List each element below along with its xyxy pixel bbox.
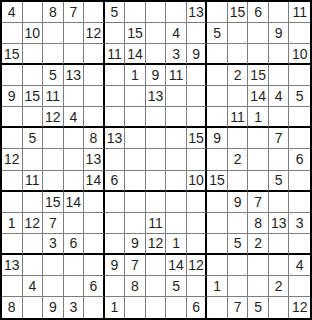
cell-r14c10[interactable] [187, 276, 208, 297]
cell-r8c3[interactable] [43, 149, 64, 170]
cell-r6c3: 12 [43, 107, 64, 128]
cell-r10c13: 7 [248, 192, 269, 213]
cell-r4c15[interactable] [289, 65, 310, 86]
cell-r3c1: 15 [2, 44, 23, 65]
cell-r4c9: 11 [166, 65, 187, 86]
cell-r3c11[interactable] [207, 44, 228, 65]
cell-r1c14[interactable] [269, 2, 290, 23]
cell-r4c10[interactable] [187, 65, 208, 86]
cell-r6c1[interactable] [2, 107, 23, 128]
cell-r7c7[interactable] [125, 128, 146, 149]
cell-r1c6: 5 [105, 2, 126, 23]
cell-r3c12[interactable] [228, 44, 249, 65]
cell-r11c1: 1 [2, 213, 23, 234]
cell-r14c13[interactable] [248, 276, 269, 297]
cell-r14c8[interactable] [146, 276, 167, 297]
cell-r1c11[interactable] [207, 2, 228, 23]
cell-r14c3[interactable] [43, 276, 64, 297]
cell-r1c1: 4 [2, 2, 23, 23]
cell-r2c12[interactable] [228, 23, 249, 44]
cell-r7c5: 8 [84, 128, 105, 149]
cell-r3c15: 10 [289, 44, 310, 65]
cell-r8c13[interactable] [248, 149, 269, 170]
sudoku-puzzle: 4875131561110121545915111439105131911215… [0, 0, 312, 320]
cell-r12c10[interactable] [187, 234, 208, 255]
cell-r15c1: 8 [2, 297, 23, 318]
cell-r5c8: 13 [146, 86, 167, 107]
cell-r10c3: 15 [43, 192, 64, 213]
cell-r8c1: 12 [2, 149, 23, 170]
cell-r1c8[interactable] [146, 2, 167, 23]
cell-r2c6[interactable] [105, 23, 126, 44]
cell-r11c7[interactable] [125, 213, 146, 234]
cell-r8c2[interactable] [23, 149, 44, 170]
cell-r14c4[interactable] [64, 276, 85, 297]
cell-r9c12[interactable] [228, 171, 249, 192]
cell-r3c6: 11 [105, 44, 126, 65]
cell-r10c5[interactable] [84, 192, 105, 213]
cell-r13c10: 12 [187, 255, 208, 276]
cell-r15c2[interactable] [23, 297, 44, 318]
cell-r13c1: 13 [2, 255, 23, 276]
cell-r2c8[interactable] [146, 23, 167, 44]
cell-r2c5: 12 [84, 23, 105, 44]
cell-r9c10: 10 [187, 171, 208, 192]
cell-r10c6[interactable] [105, 192, 126, 213]
cell-r11c12[interactable] [228, 213, 249, 234]
cell-r15c4: 3 [64, 297, 85, 318]
cell-r7c9[interactable] [166, 128, 187, 149]
cell-r12c6[interactable] [105, 234, 126, 255]
cell-r9c7[interactable] [125, 171, 146, 192]
cell-r9c14: 5 [269, 171, 290, 192]
cell-r15c15: 12 [289, 297, 310, 318]
cell-r15c3: 9 [43, 297, 64, 318]
cell-r11c13: 8 [248, 213, 269, 234]
cell-r12c5[interactable] [84, 234, 105, 255]
cell-r13c2[interactable] [23, 255, 44, 276]
cell-r12c8: 12 [146, 234, 167, 255]
cell-r11c3: 7 [43, 213, 64, 234]
cell-r5c13: 14 [248, 86, 269, 107]
cell-r15c7[interactable] [125, 297, 146, 318]
cell-r5c11[interactable] [207, 86, 228, 107]
cell-r2c4[interactable] [64, 23, 85, 44]
cell-r11c15: 3 [289, 213, 310, 234]
cell-r1c7[interactable] [125, 2, 146, 23]
cell-r10c9[interactable] [166, 192, 187, 213]
cell-r8c5: 13 [84, 149, 105, 170]
cell-r2c1[interactable] [2, 23, 23, 44]
cell-r15c14[interactable] [269, 297, 290, 318]
cell-r4c2[interactable] [23, 65, 44, 86]
cell-r6c12: 11 [228, 107, 249, 128]
cell-r13c12[interactable] [228, 255, 249, 276]
cell-r1c2[interactable] [23, 2, 44, 23]
cell-r10c2[interactable] [23, 192, 44, 213]
cell-r8c10[interactable] [187, 149, 208, 170]
cell-r6c8[interactable] [146, 107, 167, 128]
cell-r14c7: 8 [125, 276, 146, 297]
cell-r9c9[interactable] [166, 171, 187, 192]
cell-r13c14[interactable] [269, 255, 290, 276]
cell-r3c10: 9 [187, 44, 208, 65]
cell-r2c7: 15 [125, 23, 146, 44]
cell-r13c3[interactable] [43, 255, 64, 276]
cell-r5c3: 11 [43, 86, 64, 107]
cell-r11c9[interactable] [166, 213, 187, 234]
cell-r7c2: 5 [23, 128, 44, 149]
cell-r8c4[interactable] [64, 149, 85, 170]
cell-r14c9: 5 [166, 276, 187, 297]
cell-r12c11[interactable] [207, 234, 228, 255]
cell-r5c12[interactable] [228, 86, 249, 107]
cell-r7c12[interactable] [228, 128, 249, 149]
cell-r14c6[interactable] [105, 276, 126, 297]
sudoku-board: 4875131561110121545915111439105131911215… [0, 0, 312, 320]
cell-r3c14[interactable] [269, 44, 290, 65]
cell-r5c9[interactable] [166, 86, 187, 107]
cell-r6c2[interactable] [23, 107, 44, 128]
cell-r4c3: 5 [43, 65, 64, 86]
cell-r9c4[interactable] [64, 171, 85, 192]
cell-r2c9: 4 [166, 23, 187, 44]
cell-r6c14[interactable] [269, 107, 290, 128]
cell-r10c4: 14 [64, 192, 85, 213]
cell-r12c3: 3 [43, 234, 64, 255]
cell-r12c12: 5 [228, 234, 249, 255]
cell-r12c4: 6 [64, 234, 85, 255]
cell-r10c15[interactable] [289, 192, 310, 213]
cell-r1c9[interactable] [166, 2, 187, 23]
cell-r13c4[interactable] [64, 255, 85, 276]
cell-r4c6[interactable] [105, 65, 126, 86]
cell-r15c10: 6 [187, 297, 208, 318]
cell-r6c5[interactable] [84, 107, 105, 128]
cell-r14c2: 4 [23, 276, 44, 297]
cell-r9c11: 15 [207, 171, 228, 192]
cell-r7c4[interactable] [64, 128, 85, 149]
cell-r12c13: 2 [248, 234, 269, 255]
cell-r7c15[interactable] [289, 128, 310, 149]
cell-r3c8[interactable] [146, 44, 167, 65]
cell-r7c6: 13 [105, 128, 126, 149]
cell-r4c4: 13 [64, 65, 85, 86]
cell-r1c12: 15 [228, 2, 249, 23]
cell-r6c7[interactable] [125, 107, 146, 128]
cell-r10c14[interactable] [269, 192, 290, 213]
cell-r11c10[interactable] [187, 213, 208, 234]
cell-r9c15[interactable] [289, 171, 310, 192]
cell-r13c8[interactable] [146, 255, 167, 276]
cell-r3c9: 3 [166, 44, 187, 65]
cell-r9c6: 6 [105, 171, 126, 192]
cell-r12c7: 9 [125, 234, 146, 255]
cell-r5c2: 15 [23, 86, 44, 107]
cell-r7c8[interactable] [146, 128, 167, 149]
cell-r2c14: 9 [269, 23, 290, 44]
cell-r7c11: 9 [207, 128, 228, 149]
cell-r15c11[interactable] [207, 297, 228, 318]
cell-r6c10[interactable] [187, 107, 208, 128]
cell-r2c11: 5 [207, 23, 228, 44]
cell-r1c15: 11 [289, 2, 310, 23]
cell-r10c11[interactable] [207, 192, 228, 213]
cell-r7c10: 15 [187, 128, 208, 149]
cell-r4c14[interactable] [269, 65, 290, 86]
cell-r13c7: 7 [125, 255, 146, 276]
cell-r15c5[interactable] [84, 297, 105, 318]
cell-r10c12: 9 [228, 192, 249, 213]
cell-r12c15[interactable] [289, 234, 310, 255]
cell-r6c15[interactable] [289, 107, 310, 128]
cell-r7c1[interactable] [2, 128, 23, 149]
cell-r9c3[interactable] [43, 171, 64, 192]
cell-r2c10[interactable] [187, 23, 208, 44]
cell-r13c9: 14 [166, 255, 187, 276]
cell-r15c12: 7 [228, 297, 249, 318]
cell-r1c5[interactable] [84, 2, 105, 23]
cell-r14c1[interactable] [2, 276, 23, 297]
cell-r8c7[interactable] [125, 149, 146, 170]
cell-r2c2: 10 [23, 23, 44, 44]
cell-r5c4[interactable] [64, 86, 85, 107]
cell-r14c11: 1 [207, 276, 228, 297]
cell-r2c15[interactable] [289, 23, 310, 44]
cell-r14c14: 2 [269, 276, 290, 297]
cell-r6c4: 4 [64, 107, 85, 128]
cell-r8c12: 2 [228, 149, 249, 170]
cell-r7c14: 7 [269, 128, 290, 149]
cell-r9c1[interactable] [2, 171, 23, 192]
cell-r9c2: 11 [23, 171, 44, 192]
cell-r2c3[interactable] [43, 23, 64, 44]
cell-r4c1[interactable] [2, 65, 23, 86]
cell-r6c6[interactable] [105, 107, 126, 128]
cell-r15c8[interactable] [146, 297, 167, 318]
cell-r12c1[interactable] [2, 234, 23, 255]
cell-r8c14[interactable] [269, 149, 290, 170]
cell-r11c2: 12 [23, 213, 44, 234]
cell-r10c1[interactable] [2, 192, 23, 213]
cell-r11c11[interactable] [207, 213, 228, 234]
cell-r11c8: 11 [146, 213, 167, 234]
cell-r1c13: 6 [248, 2, 269, 23]
cell-r15c13: 5 [248, 297, 269, 318]
cell-r8c9[interactable] [166, 149, 187, 170]
cell-r1c3: 8 [43, 2, 64, 23]
cell-r4c11[interactable] [207, 65, 228, 86]
cell-r14c12[interactable] [228, 276, 249, 297]
cell-r8c6[interactable] [105, 149, 126, 170]
cell-r4c12: 2 [228, 65, 249, 86]
cell-r14c15[interactable] [289, 276, 310, 297]
cell-r5c15: 5 [289, 86, 310, 107]
cell-r8c15: 6 [289, 149, 310, 170]
cell-r5c6[interactable] [105, 86, 126, 107]
cell-r6c9[interactable] [166, 107, 187, 128]
cell-r5c5[interactable] [84, 86, 105, 107]
cell-r10c8[interactable] [146, 192, 167, 213]
cell-r3c3[interactable] [43, 44, 64, 65]
cell-r6c13: 1 [248, 107, 269, 128]
cell-r12c9: 1 [166, 234, 187, 255]
cell-r5c7[interactable] [125, 86, 146, 107]
cell-r15c6: 1 [105, 297, 126, 318]
cell-r3c7: 14 [125, 44, 146, 65]
cell-r11c6[interactable] [105, 213, 126, 234]
cell-r5c14: 4 [269, 86, 290, 107]
cell-r11c5[interactable] [84, 213, 105, 234]
cell-r13c15: 4 [289, 255, 310, 276]
cell-r15c9[interactable] [166, 297, 187, 318]
cell-r6c11[interactable] [207, 107, 228, 128]
cell-r13c11[interactable] [207, 255, 228, 276]
cell-r7c3[interactable] [43, 128, 64, 149]
cell-r8c11[interactable] [207, 149, 228, 170]
cell-r7c13[interactable] [248, 128, 269, 149]
cell-r9c8[interactable] [146, 171, 167, 192]
cell-r10c7[interactable] [125, 192, 146, 213]
cell-r11c14: 13 [269, 213, 290, 234]
cell-r5c10[interactable] [187, 86, 208, 107]
cell-r13c13[interactable] [248, 255, 269, 276]
cell-r1c4: 7 [64, 2, 85, 23]
cell-r12c2[interactable] [23, 234, 44, 255]
cell-r1c10: 13 [187, 2, 208, 23]
cell-r3c5[interactable] [84, 44, 105, 65]
cell-r4c13: 15 [248, 65, 269, 86]
cell-r3c4[interactable] [64, 44, 85, 65]
cell-r14c5: 6 [84, 276, 105, 297]
cell-r8c8[interactable] [146, 149, 167, 170]
cell-r2c13[interactable] [248, 23, 269, 44]
cell-r10c10[interactable] [187, 192, 208, 213]
cell-r9c13[interactable] [248, 171, 269, 192]
cell-r12c14[interactable] [269, 234, 290, 255]
cell-r4c7: 1 [125, 65, 146, 86]
cell-r5c1: 9 [2, 86, 23, 107]
cell-r4c8: 9 [146, 65, 167, 86]
cell-r11c4[interactable] [64, 213, 85, 234]
cell-r13c6: 9 [105, 255, 126, 276]
cell-r4c5[interactable] [84, 65, 105, 86]
cell-r3c13[interactable] [248, 44, 269, 65]
cell-r3c2[interactable] [23, 44, 44, 65]
cell-r13c5[interactable] [84, 255, 105, 276]
cell-r9c5: 14 [84, 171, 105, 192]
